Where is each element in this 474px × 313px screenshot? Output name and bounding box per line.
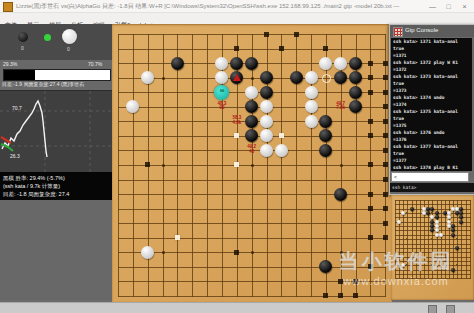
grid-hline	[395, 270, 471, 271]
move-suggestion-label[interactable]: 49.240	[244, 145, 260, 156]
engine-status-icon	[44, 34, 51, 41]
console-log-line: =1371	[391, 52, 472, 59]
ownership-black-mark	[383, 148, 388, 153]
ownership-white-mark	[234, 162, 239, 167]
console-log-line: =1377	[391, 157, 472, 164]
white-stone	[305, 100, 318, 113]
black-stone	[430, 207, 434, 211]
black-stone	[260, 86, 273, 99]
grid-vline	[441, 200, 442, 279]
ownership-black-mark	[145, 162, 150, 167]
black-stone	[171, 57, 184, 70]
move-suggestion-label[interactable]: 49.77.9k	[333, 102, 349, 113]
hoshi-point	[162, 77, 165, 80]
white-stone	[260, 100, 273, 113]
strip-board-icon[interactable]	[446, 305, 455, 313]
console-log-line: true	[391, 150, 472, 157]
console-log-line: ssh kata> 1373 kata-anal	[391, 73, 472, 80]
maximize-button[interactable]: □	[444, 2, 453, 11]
stats-score: 目差: -1.8 局面复杂度: 27.4	[0, 190, 112, 198]
white-stone	[305, 71, 318, 84]
strip-grid-icon[interactable]	[428, 305, 437, 313]
console-log[interactable]: ssh kata> 1371 kata-analtrue=1371ssh kat…	[391, 38, 472, 171]
white-stone	[215, 57, 228, 70]
analysis-panel: 0 0 29.3% 70.7% 目差:-1.9 局面复杂度:27.4 (黑)李世…	[0, 24, 112, 300]
hoshi-point	[340, 164, 343, 167]
triangle-mark-icon	[233, 74, 241, 81]
black-winrate-label: 29.3%	[3, 61, 17, 67]
console-log-line: ssh kata> 1377 kata-anal	[391, 143, 472, 150]
ownership-black-mark	[368, 206, 373, 211]
black-stone-icon	[18, 32, 28, 42]
hoshi-point	[251, 251, 254, 254]
white-stone	[305, 86, 318, 99]
grid-vline	[281, 34, 282, 297]
winrate-labels: 29.3% 70.7%	[0, 61, 112, 68]
black-stone	[349, 100, 362, 113]
console-log-line: ssh kata> 1372 play W K1	[391, 59, 472, 66]
white-stone	[141, 71, 154, 84]
stats-winrate: 黑棋 胜率: 29.4% (-5.7%)	[0, 174, 112, 182]
winrate-bar	[3, 69, 111, 81]
black-stone	[451, 268, 455, 272]
black-stone	[245, 115, 258, 128]
console-log-line: ssh kata> 1378 play B K1	[391, 164, 472, 171]
winrate-bar-black-segment	[4, 70, 35, 80]
console-input[interactable]: <	[391, 172, 469, 182]
console-log-line: true	[391, 45, 472, 52]
console-status-bar: ssh kata>	[390, 183, 474, 192]
winrate-graph-svg	[0, 91, 112, 173]
grid-hline	[395, 257, 471, 258]
white-stone	[245, 86, 258, 99]
white-stone	[430, 215, 434, 219]
ownership-black-mark	[368, 90, 373, 95]
app-icon	[3, 2, 13, 12]
console-log-line: true	[391, 115, 472, 122]
ownership-black-mark	[383, 206, 388, 211]
white-stone	[435, 228, 439, 232]
black-stone	[319, 260, 332, 273]
black-stone	[319, 115, 332, 128]
window-title: Lizzie(黑)李世石 vs(白)AlphaGo 目差: -1.8目 结果:W…	[16, 2, 406, 11]
white-capture-count: 0	[67, 46, 70, 52]
capture-row: 0 0	[0, 24, 112, 60]
gtp-console-window: Gtp Console ssh kata> 1371 kata-analtrue…	[389, 24, 474, 195]
ownership-black-mark	[234, 46, 239, 51]
black-stone	[459, 215, 463, 219]
ownership-black-mark	[383, 192, 388, 197]
ownership-black-mark	[323, 46, 328, 51]
black-stone	[230, 57, 243, 70]
engine-stats: 黑棋 胜率: 29.4% (-5.7%) (ssh kata / 9.7k 计算…	[0, 172, 112, 200]
white-stone	[334, 57, 347, 70]
black-stone	[349, 57, 362, 70]
console-log-line: ssh kata> 1374 undo	[391, 94, 472, 101]
ownership-black-mark	[234, 250, 239, 255]
console-log-line: =1376	[391, 136, 472, 143]
console-title-bar[interactable]: Gtp Console	[390, 25, 474, 37]
minimize-button[interactable]: —	[428, 2, 437, 11]
console-log-line: ssh kata> 1371 kata-anal	[391, 38, 472, 45]
ownership-black-mark	[368, 264, 373, 269]
white-stone	[260, 129, 273, 142]
grid-hline	[395, 278, 471, 279]
white-stone	[435, 233, 439, 237]
ownership-black-mark	[294, 32, 299, 37]
grid-hline	[395, 244, 471, 245]
white-stone	[319, 57, 332, 70]
winrate-graph[interactable]: 70.726.3	[0, 90, 112, 173]
ownership-black-mark	[368, 162, 373, 167]
ownership-black-mark	[264, 32, 269, 37]
black-stone	[290, 71, 303, 84]
ownership-white-mark	[175, 235, 180, 240]
ownership-black-mark	[368, 133, 373, 138]
black-stone	[410, 207, 414, 211]
white-stone	[397, 220, 401, 224]
move-suggestion-label[interactable]: 58.34.8k	[229, 116, 245, 127]
ownership-black-mark	[338, 293, 343, 298]
grid-hline	[118, 209, 386, 210]
white-winrate-label: 70.7%	[88, 61, 102, 67]
black-stone	[245, 100, 258, 113]
white-stone	[275, 144, 288, 157]
ownership-black-mark	[383, 119, 388, 124]
black-stone	[426, 211, 430, 215]
hoshi-point	[251, 164, 254, 167]
white-stone	[401, 211, 405, 215]
white-stone	[305, 115, 318, 128]
stats-engine: (ssh kata / 9.7k 计算量)	[0, 182, 112, 190]
hoshi-point	[162, 251, 165, 254]
grid-hline	[118, 180, 386, 181]
ownership-black-mark	[383, 61, 388, 66]
ownership-black-mark	[383, 235, 388, 240]
black-capture-count: 0	[21, 45, 24, 51]
black-stone	[451, 233, 455, 237]
black-stone	[435, 215, 439, 219]
black-stone	[245, 129, 258, 142]
ownership-black-mark	[353, 279, 358, 284]
graph-label-0: 70.7	[12, 105, 22, 111]
ownership-black-mark	[383, 90, 388, 95]
black-stone	[451, 228, 455, 232]
grid-hline	[118, 296, 386, 297]
console-log-line: =1375	[391, 122, 472, 129]
ownership-black-mark	[383, 177, 388, 182]
grid-hline	[395, 265, 471, 266]
ownership-black-mark	[368, 119, 373, 124]
console-log-line: =1372	[391, 66, 472, 73]
black-stone	[334, 71, 347, 84]
white-stone	[215, 71, 228, 84]
bottom-status-strip	[0, 302, 474, 313]
black-stone	[334, 188, 347, 201]
graph-label-1: 26.3	[10, 153, 20, 159]
ownership-white-mark	[234, 133, 239, 138]
grid-hline	[395, 252, 471, 253]
ownership-black-mark	[323, 293, 328, 298]
white-stone	[447, 215, 451, 219]
circle-mark-icon	[322, 74, 331, 83]
white-stone	[439, 233, 443, 237]
grid-hline	[118, 267, 386, 268]
ownership-black-mark	[279, 46, 284, 51]
console-title: Gtp Console	[405, 27, 438, 33]
black-stone	[319, 129, 332, 142]
grid-vline	[470, 200, 471, 279]
white-stone	[141, 246, 154, 259]
move-suggestion-label[interactable]: 48.390	[214, 102, 230, 113]
ownership-black-mark	[383, 104, 388, 109]
black-stone	[349, 86, 362, 99]
white-stone	[126, 100, 139, 113]
grid-hline	[395, 239, 471, 240]
variation-mini-board[interactable]	[391, 195, 474, 300]
close-button[interactable]: ×	[460, 2, 469, 11]
console-log-line: ssh kata> 1375 kata-anal	[391, 108, 472, 115]
white-stone	[401, 263, 405, 267]
console-log-line: ssh kata> 1376 undo	[391, 129, 472, 136]
ownership-black-mark	[383, 221, 388, 226]
grid-hline	[118, 281, 386, 282]
grid-hline	[118, 238, 386, 239]
black-stone	[245, 57, 258, 70]
ownership-black-mark	[383, 75, 388, 80]
ownership-black-mark	[368, 75, 373, 80]
ownership-black-mark	[368, 192, 373, 197]
black-stone	[319, 144, 332, 157]
white-stone	[260, 115, 273, 128]
grid-hline	[395, 274, 471, 275]
black-stone	[455, 246, 459, 250]
ownership-black-mark	[353, 293, 358, 298]
console-icon	[393, 27, 403, 37]
ownership-black-mark	[338, 279, 343, 284]
console-log-line: =1374	[391, 101, 472, 108]
console-status-text: ssh kata>	[390, 183, 474, 192]
black-stone	[459, 220, 463, 224]
hoshi-point	[251, 77, 254, 80]
white-stone	[260, 144, 273, 157]
ownership-black-mark	[383, 133, 388, 138]
grid-hline	[395, 261, 471, 262]
black-stone	[430, 228, 434, 232]
white-stone-icon	[62, 29, 77, 44]
score-info-line: 目差:-1.9 局面复杂度:27.4 (黑)李世石	[2, 81, 112, 87]
best-move-suggestion-stone[interactable]: 96	[214, 85, 229, 100]
console-log-line: true	[391, 80, 472, 87]
hoshi-point	[340, 251, 343, 254]
grid-vline	[466, 200, 467, 279]
grid-hline	[118, 223, 386, 224]
ownership-black-mark	[383, 162, 388, 167]
ownership-black-mark	[368, 61, 373, 66]
black-stone	[349, 71, 362, 84]
grid-hline	[395, 248, 471, 249]
black-stone	[260, 71, 273, 84]
title-bar: Lizzie(黑)李世石 vs(白)AlphaGo 目差: -1.8目 结果:W…	[0, 0, 474, 13]
ownership-white-mark	[279, 133, 284, 138]
hoshi-point	[162, 164, 165, 167]
console-log-line: =1373	[391, 87, 472, 94]
go-board[interactable]: 9648.39058.34.8k49.24049.77.9k	[112, 24, 392, 302]
ownership-black-mark	[368, 235, 373, 240]
